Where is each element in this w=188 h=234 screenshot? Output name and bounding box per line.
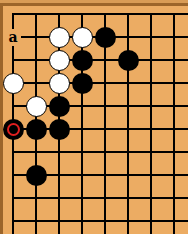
red-circle-mark <box>7 123 20 136</box>
black-stone <box>49 96 70 117</box>
black-stone <box>72 73 93 94</box>
black-stone <box>26 165 47 186</box>
black-stone <box>49 119 70 140</box>
white-stone <box>49 27 70 48</box>
black-stone <box>72 50 93 71</box>
black-stone <box>118 50 139 71</box>
white-stone <box>26 96 47 117</box>
white-stone <box>3 73 24 94</box>
white-stone <box>72 27 93 48</box>
white-stone <box>49 73 70 94</box>
marked-black-stone <box>3 119 24 140</box>
point-label-a: a <box>5 29 21 46</box>
board-grid <box>0 0 188 234</box>
go-board: a <box>0 0 188 234</box>
white-stone <box>49 50 70 71</box>
board-edge-top <box>0 3 188 6</box>
black-stone <box>26 119 47 140</box>
board-edge-left <box>0 3 3 234</box>
black-stone <box>95 27 116 48</box>
